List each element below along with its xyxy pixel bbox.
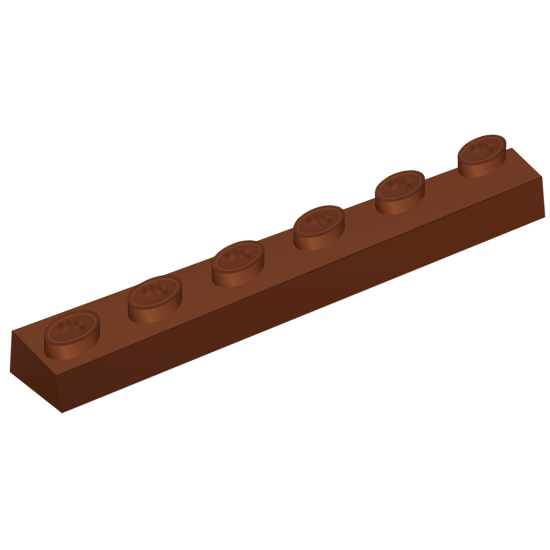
product-photo [0,0,550,550]
lego-plate-1x6-render [0,0,550,550]
